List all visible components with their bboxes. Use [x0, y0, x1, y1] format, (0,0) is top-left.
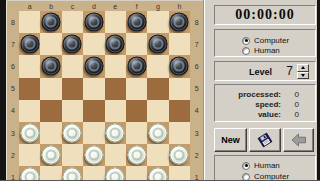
piece-ring [110, 39, 121, 50]
square-a6[interactable] [19, 55, 40, 77]
black-man-a7[interactable] [20, 35, 39, 54]
square-d2[interactable] [83, 144, 104, 166]
square-h3[interactable] [169, 122, 190, 144]
square-a1[interactable] [19, 166, 40, 180]
square-b5[interactable] [40, 78, 61, 100]
square-f3[interactable] [126, 122, 147, 144]
square-c3[interactable] [62, 122, 83, 144]
piece-ring [88, 61, 99, 72]
white-man-g3[interactable] [149, 124, 168, 143]
down-arrow-icon [301, 74, 305, 77]
level-value[interactable]: 7 [286, 64, 293, 78]
white-man-h2[interactable] [170, 146, 189, 165]
stat-speed: speed: 0 [215, 100, 315, 110]
black-man-d6[interactable] [84, 57, 103, 76]
square-e3[interactable] [105, 122, 126, 144]
square-h8[interactable] [169, 11, 190, 33]
bottom-player-option-human[interactable]: Human [242, 161, 280, 170]
piece-ring [131, 17, 142, 28]
black-man-f8[interactable] [127, 13, 146, 32]
piece-ring [131, 150, 142, 161]
square-f6[interactable] [126, 55, 147, 77]
stat-processed: processed: 0 [215, 90, 315, 100]
board-corner [190, 1, 203, 11]
stat-processed-label: processed: [238, 90, 281, 99]
square-g7[interactable] [147, 33, 168, 55]
square-d8[interactable] [83, 11, 104, 33]
rank-label-left-6: 6 [7, 55, 19, 77]
radio-human-icon[interactable] [242, 47, 250, 55]
square-f1[interactable] [126, 166, 147, 180]
level-spinner-down-button[interactable] [297, 72, 309, 80]
rank-label-right-1: 1 [190, 166, 203, 180]
square-c6[interactable] [62, 55, 83, 77]
save-game-button[interactable] [249, 128, 281, 152]
square-d6[interactable] [83, 55, 104, 77]
rank-label-right-5: 5 [190, 78, 203, 100]
square-g6[interactable] [147, 55, 168, 77]
square-h5[interactable] [169, 78, 190, 100]
checkers-board[interactable]: abcdefgh8877665544332211 [6, 1, 203, 180]
square-g5[interactable] [147, 78, 168, 100]
radio-computer-icon[interactable] [242, 37, 250, 45]
black-man-b8[interactable] [42, 13, 61, 32]
radio-computer-label: Computer [254, 36, 289, 45]
square-a8[interactable] [19, 11, 40, 33]
black-man-h6[interactable] [170, 57, 189, 76]
stat-value-label: value: [258, 110, 281, 119]
square-h7[interactable] [169, 33, 190, 55]
square-d1[interactable] [83, 166, 104, 180]
radio-human-label: Human [254, 46, 280, 55]
piece-ring [174, 61, 185, 72]
rank-label-right-4: 4 [190, 100, 203, 122]
rank-label-right-6: 6 [190, 55, 203, 77]
stat-speed-value: 0 [295, 100, 299, 109]
square-a7[interactable] [19, 33, 40, 55]
square-g4[interactable] [147, 100, 168, 122]
piece-ring [110, 128, 121, 139]
square-g3[interactable] [147, 122, 168, 144]
square-c1[interactable] [62, 166, 83, 180]
square-h4[interactable] [169, 100, 190, 122]
rank-label-left-4: 4 [7, 100, 19, 122]
file-label-h: h [169, 1, 190, 11]
rank-label-right-2: 2 [190, 144, 203, 166]
rank-label-left-5: 5 [7, 78, 19, 100]
square-f8[interactable] [126, 11, 147, 33]
checkers-app-window: abcdefgh8877665544332211 00:00:00 Comput… [0, 0, 320, 180]
piece-ring [153, 39, 164, 50]
stat-value-value: 0 [295, 110, 299, 119]
square-e4[interactable] [105, 100, 126, 122]
rank-label-left-3: 3 [7, 122, 19, 144]
square-c4[interactable] [62, 100, 83, 122]
piece-ring [88, 150, 99, 161]
square-f4[interactable] [126, 100, 147, 122]
level-spinner-up-button[interactable] [297, 64, 309, 72]
stat-value: value: 0 [215, 110, 315, 120]
rank-label-left-1: 1 [7, 166, 19, 180]
top-player-option-human[interactable]: Human [242, 46, 280, 55]
rank-label-left-2: 2 [7, 144, 19, 166]
square-c7[interactable] [62, 33, 83, 55]
square-e2[interactable] [105, 144, 126, 166]
square-b1[interactable] [40, 166, 61, 180]
bottom-player-option-computer[interactable]: Computer [242, 172, 289, 180]
top-player-selector: Computer Human [214, 29, 316, 57]
white-man-b2[interactable] [42, 146, 61, 165]
file-label-c: c [62, 1, 83, 11]
square-f2[interactable] [126, 144, 147, 166]
level-control: Level 7 [214, 61, 316, 81]
square-a5[interactable] [19, 78, 40, 100]
piece-ring [110, 172, 121, 180]
white-man-a3[interactable] [20, 124, 39, 143]
piece-ring [153, 172, 164, 180]
white-man-a1[interactable] [20, 168, 39, 180]
up-arrow-icon [301, 66, 305, 69]
radio-human-label: Human [254, 161, 280, 170]
piece-ring [88, 17, 99, 28]
square-c8[interactable] [62, 11, 83, 33]
radio-computer-icon[interactable] [242, 173, 250, 181]
piece-ring [67, 128, 78, 139]
square-d7[interactable] [83, 33, 104, 55]
panel-divider-highlight [204, 0, 205, 180]
game-clock: 00:00:00 [214, 5, 316, 25]
square-g1[interactable] [147, 166, 168, 180]
level-label: Level [249, 67, 272, 77]
file-label-b: b [40, 1, 61, 11]
radio-computer-label: Computer [254, 172, 289, 180]
white-man-d2[interactable] [84, 146, 103, 165]
square-b2[interactable] [40, 144, 61, 166]
file-label-a: a [19, 1, 40, 11]
square-d4[interactable] [83, 100, 104, 122]
file-label-e: e [105, 1, 126, 11]
search-stats: processed: 0 speed: 0 value: 0 [214, 84, 316, 122]
top-player-option-computer[interactable]: Computer [242, 36, 289, 45]
game-clock-value: 00:00:00 [235, 7, 294, 23]
bottom-player-selector: Human Computer [214, 155, 316, 180]
rank-label-right-3: 3 [190, 122, 203, 144]
square-a3[interactable] [19, 122, 40, 144]
square-c2[interactable] [62, 144, 83, 166]
radio-human-icon[interactable] [242, 162, 250, 170]
file-label-d: d [83, 1, 104, 11]
white-man-g1[interactable] [149, 168, 168, 180]
piece-ring [46, 150, 57, 161]
board-corner [7, 1, 19, 11]
square-h2[interactable] [169, 144, 190, 166]
black-man-e7[interactable] [106, 35, 125, 54]
square-e6[interactable] [105, 55, 126, 77]
stat-processed-value: 0 [295, 90, 299, 99]
piece-ring [153, 128, 164, 139]
white-man-e3[interactable] [106, 124, 125, 143]
piece-ring [174, 17, 185, 28]
white-man-f2[interactable] [127, 146, 146, 165]
white-man-c3[interactable] [63, 124, 82, 143]
piece-ring [67, 172, 78, 180]
rank-label-right-8: 8 [190, 11, 203, 33]
square-h1[interactable] [169, 166, 190, 180]
piece-ring [24, 39, 35, 50]
square-d5[interactable] [83, 78, 104, 100]
white-man-e1[interactable] [106, 168, 125, 180]
piece-ring [67, 39, 78, 50]
floppy-disk-icon [254, 129, 276, 151]
square-e8[interactable] [105, 11, 126, 33]
black-man-g7[interactable] [149, 35, 168, 54]
piece-ring [46, 61, 57, 72]
black-man-b6[interactable] [42, 57, 61, 76]
black-man-f6[interactable] [127, 57, 146, 76]
level-spinner[interactable] [297, 64, 309, 79]
square-a4[interactable] [19, 100, 40, 122]
square-c5[interactable] [62, 78, 83, 100]
square-b6[interactable] [40, 55, 61, 77]
square-a2[interactable] [19, 144, 40, 166]
stat-speed-label: speed: [255, 100, 281, 109]
rank-label-right-7: 7 [190, 33, 203, 55]
square-e5[interactable] [105, 78, 126, 100]
piece-ring [24, 172, 35, 180]
square-g2[interactable] [147, 144, 168, 166]
square-d3[interactable] [83, 122, 104, 144]
square-h6[interactable] [169, 55, 190, 77]
piece-ring [131, 61, 142, 72]
piece-ring [24, 128, 35, 139]
file-label-f: f [126, 1, 147, 11]
rank-label-left-8: 8 [7, 11, 19, 33]
new-game-button[interactable]: New [214, 128, 247, 152]
file-label-g: g [147, 1, 168, 11]
white-man-c1[interactable] [63, 168, 82, 180]
piece-ring [174, 150, 185, 161]
square-f7[interactable] [126, 33, 147, 55]
black-man-h8[interactable] [170, 13, 189, 32]
square-e1[interactable] [105, 166, 126, 180]
square-f5[interactable] [126, 78, 147, 100]
square-g8[interactable] [147, 11, 168, 33]
black-man-d8[interactable] [84, 13, 103, 32]
rank-label-left-7: 7 [7, 33, 19, 55]
square-b8[interactable] [40, 11, 61, 33]
black-man-c7[interactable] [63, 35, 82, 54]
left-arrow-icon [291, 133, 307, 147]
square-b7[interactable] [40, 33, 61, 55]
square-e7[interactable] [105, 33, 126, 55]
square-b4[interactable] [40, 100, 61, 122]
undo-move-button[interactable] [283, 128, 314, 152]
piece-ring [46, 17, 57, 28]
square-b3[interactable] [40, 122, 61, 144]
